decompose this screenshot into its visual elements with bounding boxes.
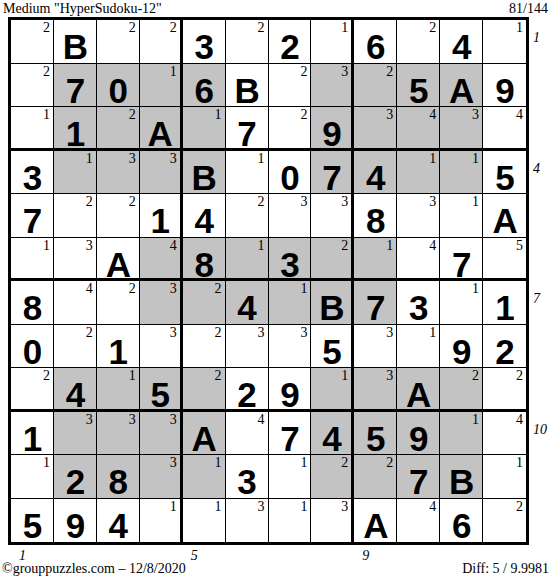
cell-r7c10[interactable]: 3: [397, 281, 440, 325]
cell-r7c11[interactable]: 1: [440, 281, 483, 325]
cell-r12c11[interactable]: 6: [440, 499, 483, 543]
cell-r9c4[interactable]: 5: [140, 368, 183, 412]
cell-r1c5[interactable]: 3: [183, 20, 226, 64]
corner-mark: 3: [258, 499, 265, 514]
progress-counter: 81/144: [509, 1, 548, 17]
corner-mark: 4: [429, 107, 436, 122]
cell-r1c9[interactable]: 6: [354, 20, 397, 64]
cell-r2c7[interactable]: 2: [269, 64, 312, 108]
cell-r8c5[interactable]: 2: [183, 325, 226, 369]
corner-mark: 3: [341, 64, 348, 79]
corner-mark: 3: [86, 238, 93, 253]
cell-r12c1[interactable]: 5: [11, 499, 54, 543]
corner-mark: 1: [258, 238, 265, 253]
corner-mark: 3: [170, 455, 177, 470]
corner-mark: 2: [258, 20, 265, 35]
corner-mark: 2: [129, 20, 136, 35]
cell-r12c9[interactable]: A: [354, 499, 397, 543]
corner-mark: 4: [516, 412, 523, 427]
cell-r9c2[interactable]: 4: [54, 368, 97, 412]
cell-r3c11[interactable]: 3: [440, 107, 483, 151]
corner-mark: 2: [386, 455, 393, 470]
cell-r8c2[interactable]: 2: [54, 325, 97, 369]
cell-r9c7[interactable]: 9: [269, 368, 312, 412]
corner-mark: 1: [43, 238, 50, 253]
corner-mark: 4: [170, 238, 177, 253]
cell-r6c1[interactable]: 1: [11, 238, 54, 282]
cell-r3c12[interactable]: 4: [483, 107, 526, 151]
corner-mark: 2: [86, 194, 93, 209]
corner-mark: 1: [516, 455, 523, 470]
cell-r6c12[interactable]: 5: [483, 238, 526, 282]
corner-mark: 2: [215, 325, 222, 340]
cell-r11c2[interactable]: 2: [54, 455, 97, 499]
cell-r9c6[interactable]: 2: [226, 368, 269, 412]
cell-r12c12[interactable]: 2: [483, 499, 526, 543]
cell-r7c12[interactable]: 1: [483, 281, 526, 325]
cell-r10c6[interactable]: 4: [226, 412, 269, 456]
corner-mark: 3: [429, 194, 436, 209]
cell-r12c6[interactable]: 3: [226, 499, 269, 543]
cell-r9c9[interactable]: 3: [354, 368, 397, 412]
cell-r2c4[interactable]: 1: [140, 64, 183, 108]
row-label: 4: [533, 162, 540, 176]
cell-r4c8[interactable]: 7: [311, 151, 354, 195]
cell-r9c12[interactable]: 2: [483, 368, 526, 412]
cell-r5c7[interactable]: 3: [269, 194, 312, 238]
cell-r8c9[interactable]: 3: [354, 325, 397, 369]
cell-r7c7[interactable]: 1: [269, 281, 312, 325]
cell-r4c2[interactable]: 1: [54, 151, 97, 195]
cell-r5c11[interactable]: 1: [440, 194, 483, 238]
corner-mark: 3: [341, 194, 348, 209]
corner-mark: 1: [170, 64, 177, 79]
cell-r10c7[interactable]: 7: [269, 412, 312, 456]
cell-r5c12[interactable]: A: [483, 194, 526, 238]
cell-r10c10[interactable]: 9: [397, 412, 440, 456]
cell-r2c2[interactable]: 7: [54, 64, 97, 108]
cell-r10c8[interactable]: 4: [311, 412, 354, 456]
corner-mark: 1: [43, 107, 50, 122]
cell-r7c1[interactable]: 8: [11, 281, 54, 325]
corner-mark: 1: [300, 281, 307, 296]
cell-value: 6: [440, 499, 482, 552]
col-label: 5: [191, 549, 198, 563]
cell-r1c12[interactable]: 1: [483, 20, 526, 64]
corner-mark: 3: [472, 107, 479, 122]
cell-r8c11[interactable]: 9: [440, 325, 483, 369]
cell-r4c6[interactable]: 1: [226, 151, 269, 195]
cell-r9c1[interactable]: 2: [11, 368, 54, 412]
corner-mark: 3: [170, 325, 177, 340]
cell-r2c9[interactable]: 2: [354, 64, 397, 108]
cell-r10c4[interactable]: 3: [140, 412, 183, 456]
corner-mark: 1: [215, 107, 222, 122]
copyright: ©grouppuzzles.com – 12/8/2020: [2, 561, 186, 577]
corner-mark: 5: [516, 238, 523, 253]
corner-mark: 2: [129, 281, 136, 296]
cell-r9c3[interactable]: 1: [97, 368, 140, 412]
corner-mark: 1: [516, 20, 523, 35]
corner-mark: 1: [386, 238, 393, 253]
corner-mark: 1: [86, 151, 93, 166]
cell-r11c9[interactable]: 2: [354, 455, 397, 499]
cell-r11c5[interactable]: 1: [183, 455, 226, 499]
cell-r4c12[interactable]: 5: [483, 151, 526, 195]
cell-r7c2[interactable]: 4: [54, 281, 97, 325]
cell-r2c8[interactable]: 3: [311, 64, 354, 108]
cell-r10c2[interactable]: 3: [54, 412, 97, 456]
cell-r1c10[interactable]: 2: [397, 20, 440, 64]
cell-value: 9: [54, 499, 96, 552]
cell-r3c3[interactable]: 2: [97, 107, 140, 151]
cell-r2c6[interactable]: B: [226, 64, 269, 108]
cell-r4c3[interactable]: 3: [97, 151, 140, 195]
corner-mark: 1: [429, 151, 436, 166]
corner-mark: 2: [258, 194, 265, 209]
corner-mark: 3: [258, 325, 265, 340]
corner-mark: 1: [170, 499, 177, 514]
cell-r3c7[interactable]: 2: [269, 107, 312, 151]
corner-mark: 1: [215, 499, 222, 514]
corner-mark: 2: [43, 368, 50, 383]
cell-r2c5[interactable]: 6: [183, 64, 226, 108]
corner-mark: 2: [341, 455, 348, 470]
cell-r12c7[interactable]: 1: [269, 499, 312, 543]
corner-mark: 3: [129, 151, 136, 166]
corner-mark: 3: [300, 194, 307, 209]
corner-mark: 4: [258, 412, 265, 427]
cell-r5c10[interactable]: 3: [397, 194, 440, 238]
corner-mark: 2: [170, 20, 177, 35]
cell-r6c7[interactable]: 3: [269, 238, 312, 282]
corner-mark: 4: [516, 107, 523, 122]
cell-r8c10[interactable]: 1: [397, 325, 440, 369]
cell-r6c5[interactable]: 8: [183, 238, 226, 282]
cell-r7c3[interactable]: 2: [97, 281, 140, 325]
cell-r1c11[interactable]: 4: [440, 20, 483, 64]
cell-r3c5[interactable]: 1: [183, 107, 226, 151]
corner-mark: 1: [341, 368, 348, 383]
corner-mark: 2: [516, 368, 523, 383]
corner-mark: 1: [472, 194, 479, 209]
cell-r4c9[interactable]: 4: [354, 151, 397, 195]
cell-r7c4[interactable]: 3: [140, 281, 183, 325]
cell-r5c4[interactable]: 1: [140, 194, 183, 238]
corner-mark: 3: [386, 368, 393, 383]
cell-r4c4[interactable]: 3: [140, 151, 183, 195]
cell-r3c10[interactable]: 4: [397, 107, 440, 151]
corner-mark: 1: [472, 281, 479, 296]
cell-r8c7[interactable]: 3: [269, 325, 312, 369]
cell-r4c1[interactable]: 3: [11, 151, 54, 195]
corner-mark: 1: [258, 151, 265, 166]
corner-mark: 2: [215, 368, 222, 383]
cell-r9c5[interactable]: 2: [183, 368, 226, 412]
cell-r3c2[interactable]: 1: [54, 107, 97, 151]
cell-r11c1[interactable]: 1: [11, 455, 54, 499]
cell-r10c5[interactable]: A: [183, 412, 226, 456]
cell-r11c10[interactable]: 7: [397, 455, 440, 499]
corner-mark: 2: [300, 107, 307, 122]
cell-value: A: [354, 499, 396, 552]
corner-mark: 4: [86, 281, 93, 296]
cell-r3c8[interactable]: 9: [311, 107, 354, 151]
corner-mark: 2: [86, 325, 93, 340]
corner-mark: 3: [170, 412, 177, 427]
cell-r6c3[interactable]: A: [97, 238, 140, 282]
cell-r10c11[interactable]: 1: [440, 412, 483, 456]
cell-r7c6[interactable]: 4: [226, 281, 269, 325]
cell-r11c8[interactable]: 2: [311, 455, 354, 499]
cell-r6c6[interactable]: 1: [226, 238, 269, 282]
row-label: 7: [533, 292, 540, 306]
cell-r8c3[interactable]: 1: [97, 325, 140, 369]
cell-value: 5: [11, 499, 53, 552]
cell-value: 4: [97, 499, 139, 552]
cell-r6c8[interactable]: 2: [311, 238, 354, 282]
corner-mark: 2: [341, 238, 348, 253]
corner-mark: 2: [129, 107, 136, 122]
cell-r4c10[interactable]: 1: [397, 151, 440, 195]
cell-r1c2[interactable]: B: [54, 20, 97, 64]
corner-mark: 1: [43, 455, 50, 470]
cell-r5c3[interactable]: 2: [97, 194, 140, 238]
corner-mark: 3: [300, 325, 307, 340]
cell-r3c9[interactable]: 3: [354, 107, 397, 151]
corner-mark: 1: [429, 325, 436, 340]
corner-mark: 4: [429, 238, 436, 253]
corner-mark: 3: [386, 107, 393, 122]
corner-mark: 2: [43, 64, 50, 79]
corner-mark: 1: [129, 368, 136, 383]
cell-r3c6[interactable]: 7: [226, 107, 269, 151]
corner-mark: 3: [341, 499, 348, 514]
cell-r10c1[interactable]: 1: [11, 412, 54, 456]
cell-r6c10[interactable]: 4: [397, 238, 440, 282]
cell-r10c12[interactable]: 4: [483, 412, 526, 456]
cell-r12c3[interactable]: 4: [97, 499, 140, 543]
cell-r6c9[interactable]: 1: [354, 238, 397, 282]
corner-mark: 2: [386, 64, 393, 79]
corner-mark: 2: [516, 499, 523, 514]
cell-r4c7[interactable]: 0: [269, 151, 312, 195]
cell-r11c6[interactable]: 3: [226, 455, 269, 499]
cell-r9c10[interactable]: A: [397, 368, 440, 412]
cell-r1c4[interactable]: 2: [140, 20, 183, 64]
cell-r2c3[interactable]: 0: [97, 64, 140, 108]
corner-mark: 2: [43, 20, 50, 35]
corner-mark: 2: [300, 64, 307, 79]
cell-r11c12[interactable]: 1: [483, 455, 526, 499]
cell-r12c5[interactable]: 1: [183, 499, 226, 543]
cell-r9c8[interactable]: 1: [311, 368, 354, 412]
cell-r1c3[interactable]: 2: [97, 20, 140, 64]
corner-mark: 3: [86, 412, 93, 427]
corner-mark: 2: [129, 194, 136, 209]
cell-r7c9[interactable]: 7: [354, 281, 397, 325]
cell-r8c1[interactable]: 0: [11, 325, 54, 369]
row-label: 1: [533, 31, 540, 45]
cell-r1c7[interactable]: 2: [269, 20, 312, 64]
cell-r8c6[interactable]: 3: [226, 325, 269, 369]
cell-r12c2[interactable]: 9: [54, 499, 97, 543]
cell-r10c9[interactable]: 5: [354, 412, 397, 456]
cell-r7c8[interactable]: B: [311, 281, 354, 325]
cell-r12c4[interactable]: 1: [140, 499, 183, 543]
cell-r3c1[interactable]: 1: [11, 107, 54, 151]
cell-r11c4[interactable]: 3: [140, 455, 183, 499]
cell-r7c5[interactable]: 2: [183, 281, 226, 325]
cell-r1c6[interactable]: 2: [226, 20, 269, 64]
corner-mark: 3: [170, 281, 177, 296]
cell-r2c1[interactable]: 2: [11, 64, 54, 108]
puzzle-title: Medium "HyperSudoku-12": [3, 1, 162, 17]
corner-mark: 2: [215, 281, 222, 296]
cell-r3c4[interactable]: A: [140, 107, 183, 151]
cell-r5c2[interactable]: 2: [54, 194, 97, 238]
cell-r2c12[interactable]: 9: [483, 64, 526, 108]
title-bar: Medium "HyperSudoku-12" 81/144: [0, 0, 552, 16]
cell-r1c1[interactable]: 2: [11, 20, 54, 64]
cell-r6c2[interactable]: 3: [54, 238, 97, 282]
cell-r11c11[interactable]: B: [440, 455, 483, 499]
corner-mark: 2: [472, 368, 479, 383]
cell-r8c4[interactable]: 3: [140, 325, 183, 369]
cell-r10c3[interactable]: 3: [97, 412, 140, 456]
cell-r5c5[interactable]: 4: [183, 194, 226, 238]
corner-mark: 1: [300, 455, 307, 470]
corner-mark: 1: [215, 455, 222, 470]
cell-r2c10[interactable]: 5: [397, 64, 440, 108]
cell-r12c8[interactable]: 3: [311, 499, 354, 543]
corner-mark: 1: [300, 499, 307, 514]
cell-r6c4[interactable]: 4: [140, 238, 183, 282]
col-label: 9: [362, 549, 369, 563]
corner-mark: 3: [170, 151, 177, 166]
cell-r9c11[interactable]: 2: [440, 368, 483, 412]
cell-r5c8[interactable]: 3: [311, 194, 354, 238]
cell-r4c5[interactable]: B: [183, 151, 226, 195]
board: 2B223221624127016B2325A9112A172934343133…: [8, 17, 529, 545]
corner-mark: 3: [386, 325, 393, 340]
corner-mark: 4: [429, 499, 436, 514]
cell-r11c7[interactable]: 1: [269, 455, 312, 499]
cell-r11c3[interactable]: 8: [97, 455, 140, 499]
cell-r12c10[interactable]: 4: [397, 499, 440, 543]
cell-r6c11[interactable]: 7: [440, 238, 483, 282]
row-label: 10: [533, 423, 547, 437]
corner-mark: 1: [341, 20, 348, 35]
difficulty: Diff: 5 / 9.9981: [462, 561, 549, 577]
cell-r5c6[interactable]: 2: [226, 194, 269, 238]
cell-r4c11[interactable]: 1: [440, 151, 483, 195]
corner-mark: 1: [472, 151, 479, 166]
cell-r5c1[interactable]: 7: [11, 194, 54, 238]
cell-r8c8[interactable]: 5: [311, 325, 354, 369]
corner-mark: 1: [472, 412, 479, 427]
cell-r5c9[interactable]: 8: [354, 194, 397, 238]
corner-mark: 2: [429, 20, 436, 35]
cell-r1c8[interactable]: 1: [311, 20, 354, 64]
cell-r8c12[interactable]: 2: [483, 325, 526, 369]
corner-mark: 3: [129, 412, 136, 427]
cell-r2c11[interactable]: A: [440, 64, 483, 108]
